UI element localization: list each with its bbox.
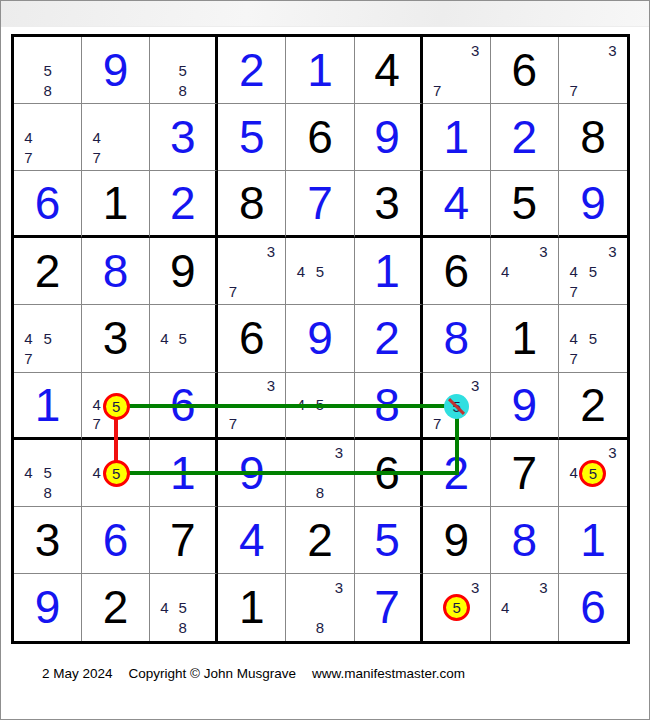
- cell-r7c3[interactable]: 1: [150, 440, 218, 507]
- cell-r7c2[interactable]: 4: [82, 440, 150, 507]
- cell-r7c7[interactable]: 2: [423, 440, 491, 507]
- pencil-mark: 4: [564, 261, 583, 281]
- pencil-mark: 4: [19, 127, 38, 147]
- pencil-grid: 3457: [559, 238, 627, 304]
- cell-r2c3[interactable]: 3: [150, 104, 218, 171]
- pencil-grid: 47: [14, 104, 81, 170]
- cell-value: 1: [218, 574, 285, 641]
- cell-r9c1[interactable]: 9: [14, 574, 82, 641]
- cell-r8c7[interactable]: 9: [423, 507, 491, 574]
- cell-r7c4[interactable]: 9: [218, 440, 286, 507]
- cell-r9c2[interactable]: 2: [82, 574, 150, 641]
- cell-value: 9: [286, 305, 353, 371]
- cell-r6c5[interactable]: 45: [286, 373, 354, 440]
- cell-r4c6[interactable]: 1: [355, 238, 423, 305]
- pencil-grid: 458: [14, 440, 81, 506]
- cell-r3c9[interactable]: 9: [559, 171, 627, 238]
- pencil-grid: 457: [14, 305, 81, 371]
- cell-value: 7: [286, 171, 353, 235]
- cell-r4c1[interactable]: 2: [14, 238, 82, 305]
- cell-value: 1: [491, 305, 558, 371]
- cell-r5c5[interactable]: 9: [286, 305, 354, 372]
- cell-value: 2: [286, 507, 353, 573]
- cell-value: 2: [218, 37, 285, 103]
- cell-r8c1[interactable]: 3: [14, 507, 82, 574]
- cell-value: 3: [82, 305, 149, 371]
- cell-r2c9[interactable]: 8: [559, 104, 627, 171]
- cell-value: 3: [14, 507, 81, 573]
- cell-value: 1: [14, 373, 81, 437]
- pencil-grid: 38: [286, 440, 353, 506]
- pencil-mark: 7: [87, 414, 106, 433]
- pencil-mark: 8: [38, 483, 57, 503]
- cell-r7c1[interactable]: 458: [14, 440, 82, 507]
- cell-r3c1[interactable]: 6: [14, 171, 82, 238]
- cell-r2c7[interactable]: 1: [423, 104, 491, 171]
- cell-r3c2[interactable]: 1: [82, 171, 150, 238]
- pencil-mark: 8: [174, 80, 192, 100]
- cell-value: 9: [218, 440, 285, 506]
- cell-value: 4: [218, 507, 285, 573]
- cell-r1c1[interactable]: 58: [14, 37, 82, 104]
- cell-r5c8[interactable]: 1: [491, 305, 559, 372]
- cell-value: 7: [491, 440, 558, 506]
- cell-r5c3[interactable]: 45: [150, 305, 218, 372]
- cell-value: 9: [423, 507, 490, 573]
- cell-value: 2: [423, 440, 490, 506]
- pencil-mark: 5: [310, 395, 329, 414]
- cell-r1c2[interactable]: 9: [82, 37, 150, 104]
- cell-value: 7: [150, 507, 215, 573]
- cell-value: 3: [150, 104, 215, 170]
- cell-r1c7[interactable]: 37: [423, 37, 491, 104]
- cell-value: 8: [491, 507, 558, 573]
- cell-r2c8[interactable]: 2: [491, 104, 559, 171]
- pencil-mark: 7: [428, 414, 447, 433]
- cell-value: 6: [423, 238, 490, 304]
- cell-r9c4[interactable]: 1: [218, 574, 286, 641]
- cell-value: 5: [218, 104, 285, 170]
- cell-value: 6: [491, 37, 558, 103]
- cell-value: 6: [355, 440, 420, 506]
- pencil-mark: 3: [330, 577, 349, 597]
- cell-value: 2: [491, 104, 558, 170]
- pencil-mark: 7: [564, 349, 583, 369]
- cell-r1c9[interactable]: 37: [559, 37, 627, 104]
- pencil-grid: 37: [218, 238, 285, 304]
- screenshot-frame: 5895821437637474735691286128734592893745…: [0, 0, 650, 720]
- cell-value: 9: [150, 238, 215, 304]
- cell-r4c2[interactable]: 8: [82, 238, 150, 305]
- cell-r2c2[interactable]: 47: [82, 104, 150, 171]
- cell-r4c3[interactable]: 9: [150, 238, 218, 305]
- cell-r3c3[interactable]: 2: [150, 171, 218, 238]
- pencil-mark: 8: [310, 618, 329, 638]
- cell-value: 1: [423, 104, 490, 170]
- pencil-grid: 45: [286, 238, 353, 304]
- cell-value: 2: [14, 238, 81, 304]
- cell-r1c3[interactable]: 58: [150, 37, 218, 104]
- cell-r1c5[interactable]: 1: [286, 37, 354, 104]
- cell-r6c4[interactable]: 37: [218, 373, 286, 440]
- pencil-mark: 7: [428, 80, 447, 100]
- cell-r3c4[interactable]: 8: [218, 171, 286, 238]
- cell-r2c5[interactable]: 6: [286, 104, 354, 171]
- pencil-mark: 4: [291, 395, 310, 414]
- cell-r8c2[interactable]: 6: [82, 507, 150, 574]
- pencil-mark: 4: [564, 463, 583, 483]
- pencil-mark: 3: [534, 577, 553, 597]
- pencil-mark: 3: [603, 443, 622, 463]
- cell-r9c6[interactable]: 7: [355, 574, 423, 641]
- cell-value: 2: [559, 373, 627, 437]
- cell-r6c9[interactable]: 2: [559, 373, 627, 440]
- footer-date: 2 May 2024: [42, 666, 113, 681]
- cell-r6c8[interactable]: 9: [491, 373, 559, 440]
- pencil-mark: 3: [466, 577, 485, 597]
- cell-value: 2: [150, 171, 215, 235]
- cell-r2c6[interactable]: 9: [355, 104, 423, 171]
- footer: 2 May 2024 Copyright © John Musgrave www…: [42, 666, 465, 681]
- pencil-mark: 4: [19, 328, 38, 348]
- pencil-mark: 4: [155, 597, 173, 617]
- cell-r5c1[interactable]: 457: [14, 305, 82, 372]
- cell-value: 1: [286, 37, 353, 103]
- pencil-grid: 58: [14, 37, 81, 103]
- pencil-grid: 37: [218, 373, 285, 437]
- cell-r3c8[interactable]: 5: [491, 171, 559, 238]
- pencil-mark: 4: [291, 261, 310, 281]
- pencil-grid: 34: [491, 238, 558, 304]
- cell-r6c7[interactable]: 37: [423, 373, 491, 440]
- cell-r4c4[interactable]: 37: [218, 238, 286, 305]
- cell-r4c9[interactable]: 3457: [559, 238, 627, 305]
- pencil-grid: 45: [286, 373, 353, 437]
- cell-value: 8: [218, 171, 285, 235]
- cell-value: 1: [559, 507, 627, 573]
- cell-value: 1: [82, 171, 149, 235]
- pencil-grid: 37: [423, 373, 490, 437]
- pencil-grid: 45: [150, 305, 215, 371]
- cell-value: 9: [355, 104, 420, 170]
- pencil-mark: 7: [223, 281, 242, 301]
- cell-r6c2[interactable]: 47: [82, 373, 150, 440]
- pencil-mark: 4: [496, 597, 515, 617]
- cell-r9c7[interactable]: 3: [423, 574, 491, 641]
- cell-value: 6: [218, 305, 285, 371]
- pencil-mark: 8: [38, 80, 57, 100]
- cell-r2c4[interactable]: 5: [218, 104, 286, 171]
- pencil-grid: 58: [150, 37, 215, 103]
- pencil-mark: 5: [583, 328, 602, 348]
- pencil-grid: 37: [423, 37, 490, 103]
- cell-r3c6[interactable]: 3: [355, 171, 423, 238]
- pencil-mark: 7: [564, 281, 583, 301]
- cell-r8c3[interactable]: 7: [150, 507, 218, 574]
- cell-r1c4[interactable]: 2: [218, 37, 286, 104]
- pencil-mark: 5: [174, 597, 192, 617]
- pencil-mark: 7: [19, 147, 38, 167]
- cell-value: 8: [423, 305, 490, 371]
- cell-r8c5[interactable]: 2: [286, 507, 354, 574]
- cell-r3c5[interactable]: 7: [286, 171, 354, 238]
- cell-value: 8: [559, 104, 627, 170]
- pencil-mark: 5: [38, 463, 57, 483]
- pencil-mark: 3: [261, 241, 280, 261]
- sudoku-board: 5895821437637474735691286128734592893745…: [11, 34, 630, 644]
- window-top-gradient: [1, 1, 649, 27]
- pencil-mark: 7: [19, 349, 38, 369]
- cell-r7c8[interactable]: 7: [491, 440, 559, 507]
- pencil-mark: 8: [174, 618, 192, 638]
- cell-value: 4: [423, 171, 490, 235]
- pencil-grid: 47: [82, 373, 149, 437]
- cell-r3c7[interactable]: 4: [423, 171, 491, 238]
- cell-value: 6: [286, 104, 353, 170]
- cell-r7c5[interactable]: 38: [286, 440, 354, 507]
- cell-value: 9: [559, 171, 627, 235]
- pencil-mark: 4: [87, 127, 106, 147]
- cell-value: 6: [82, 507, 149, 573]
- cell-r8c9[interactable]: 1: [559, 507, 627, 574]
- cell-value: 6: [559, 574, 627, 641]
- pencil-mark: 3: [603, 241, 622, 261]
- cell-value: 3: [355, 171, 420, 235]
- pencil-grid: 37: [559, 37, 627, 103]
- pencil-mark: 3: [534, 241, 553, 261]
- cell-r6c6[interactable]: 8: [355, 373, 423, 440]
- pencil-grid: 47: [82, 104, 149, 170]
- pencil-mark: 3: [603, 40, 622, 60]
- pencil-mark: 5: [38, 328, 57, 348]
- pencil-mark: 3: [466, 376, 485, 395]
- cell-r7c9[interactable]: 34: [559, 440, 627, 507]
- cell-value: 2: [355, 305, 420, 371]
- cell-r5c6[interactable]: 2: [355, 305, 423, 372]
- pencil-grid: 4: [82, 440, 149, 506]
- cell-r9c8[interactable]: 34: [491, 574, 559, 641]
- cell-r6c3[interactable]: 6: [150, 373, 218, 440]
- pencil-grid: 38: [286, 574, 353, 641]
- pencil-mark: 4: [19, 463, 38, 483]
- cell-value: 4: [355, 37, 420, 103]
- cell-r9c9[interactable]: 6: [559, 574, 627, 641]
- cell-value: 9: [14, 574, 81, 641]
- footer-copyright: Copyright © John Musgrave: [129, 666, 297, 681]
- cell-r7c6[interactable]: 6: [355, 440, 423, 507]
- pencil-grid: 458: [150, 574, 215, 641]
- cell-r1c6[interactable]: 4: [355, 37, 423, 104]
- pencil-grid: 34: [491, 574, 558, 641]
- cell-value: 5: [355, 507, 420, 573]
- pencil-mark: 5: [174, 60, 192, 80]
- pencil-mark: 3: [330, 443, 349, 463]
- cell-r1c8[interactable]: 6: [491, 37, 559, 104]
- cell-r5c7[interactable]: 8: [423, 305, 491, 372]
- pencil-mark: 4: [564, 328, 583, 348]
- cell-value: 7: [355, 574, 420, 641]
- cell-r2c1[interactable]: 47: [14, 104, 82, 171]
- cell-value: 1: [355, 238, 420, 304]
- cell-value: 1: [150, 440, 215, 506]
- pencil-mark: 4: [496, 261, 515, 281]
- pencil-grid: 3: [423, 574, 490, 641]
- cell-r4c5[interactable]: 45: [286, 238, 354, 305]
- pencil-mark: 8: [310, 483, 329, 503]
- cell-value: 9: [82, 37, 149, 103]
- cell-value: 9: [491, 373, 558, 437]
- cell-r9c5[interactable]: 38: [286, 574, 354, 641]
- cell-value: 2: [82, 574, 149, 641]
- cell-r5c2[interactable]: 3: [82, 305, 150, 372]
- cell-value: 8: [355, 373, 420, 437]
- cell-r8c4[interactable]: 4: [218, 507, 286, 574]
- cell-r4c8[interactable]: 34: [491, 238, 559, 305]
- pencil-mark: 7: [564, 80, 583, 100]
- pencil-mark: 5: [583, 261, 602, 281]
- cell-r6c1[interactable]: 1: [14, 373, 82, 440]
- cell-r8c6[interactable]: 5: [355, 507, 423, 574]
- cell-r5c9[interactable]: 457: [559, 305, 627, 372]
- cell-r5c4[interactable]: 6: [218, 305, 286, 372]
- pencil-mark: 7: [87, 147, 106, 167]
- pencil-mark: 7: [223, 414, 242, 433]
- pencil-mark: 5: [174, 328, 192, 348]
- pencil-mark: 5: [38, 60, 57, 80]
- cell-value: 6: [14, 171, 81, 235]
- pencil-mark: 3: [466, 40, 485, 60]
- pencil-mark: 4: [155, 328, 173, 348]
- cell-value: 5: [491, 171, 558, 235]
- cell-r9c3[interactable]: 458: [150, 574, 218, 641]
- pencil-mark: 4: [87, 395, 106, 414]
- pencil-grid: 457: [559, 305, 627, 371]
- cell-r8c8[interactable]: 8: [491, 507, 559, 574]
- pencil-mark: 5: [310, 261, 329, 281]
- cell-value: 6: [150, 373, 215, 437]
- pencil-mark: 4: [87, 463, 106, 483]
- pencil-mark: 3: [261, 376, 280, 395]
- cell-r4c7[interactable]: 6: [423, 238, 491, 305]
- cell-value: 8: [82, 238, 149, 304]
- footer-url: www.manifestmaster.com: [312, 666, 465, 681]
- pencil-grid: 34: [559, 440, 627, 506]
